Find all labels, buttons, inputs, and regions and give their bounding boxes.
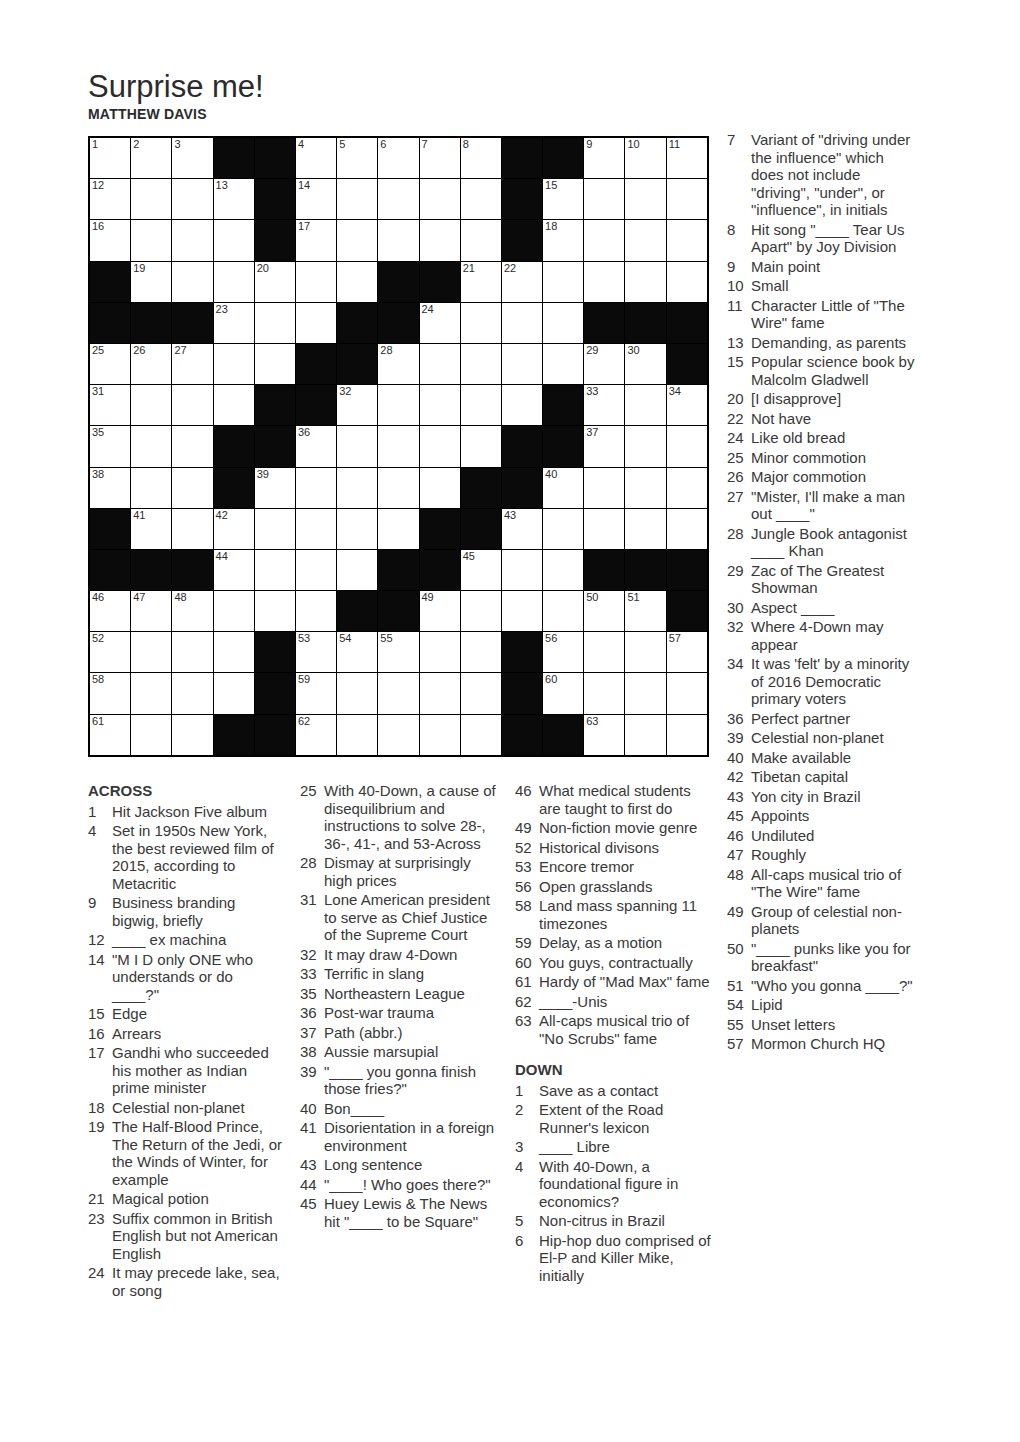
grid-cell[interactable]: [667, 220, 707, 260]
clue: 63All-caps musical trio of "No Scrubs" f…: [515, 1012, 711, 1047]
grid-cell[interactable]: [214, 385, 254, 425]
across-clues-part-3: 46What medical students are taught to fi…: [515, 782, 711, 1047]
clue-number: 14: [88, 951, 112, 1004]
grid-cell[interactable]: [337, 262, 377, 302]
grid-cell[interactable]: 33: [584, 385, 624, 425]
clue-text: What medical students are taught to firs…: [539, 782, 711, 817]
grid-cell[interactable]: [337, 509, 377, 549]
grid-cell[interactable]: 47: [131, 591, 171, 631]
grid-cell[interactable]: [584, 262, 624, 302]
grid-cell[interactable]: [420, 385, 460, 425]
grid-cell[interactable]: 3: [172, 138, 212, 178]
clue: 26Major commotion: [727, 468, 920, 486]
grid-cell[interactable]: [296, 550, 336, 590]
grid-cell[interactable]: 35: [90, 426, 130, 466]
grid-cell[interactable]: [131, 715, 171, 755]
grid-cell[interactable]: 16: [90, 220, 130, 260]
grid-cell[interactable]: [378, 509, 418, 549]
clue-text: Hardy of "Mad Max" fame: [539, 973, 711, 991]
grid-cell[interactable]: [461, 344, 501, 384]
clue-text: Aspect ____: [751, 599, 920, 617]
grid-cell[interactable]: [131, 179, 171, 219]
grid-cell[interactable]: [667, 715, 707, 755]
grid-cell-black: [667, 550, 707, 590]
grid-cell[interactable]: [502, 385, 542, 425]
grid-cell-black: [255, 632, 295, 672]
cell-number: 8: [463, 138, 469, 151]
grid-cell[interactable]: 43: [502, 509, 542, 549]
clue-text: Unset letters: [751, 1016, 920, 1034]
grid-cell[interactable]: 63: [584, 715, 624, 755]
grid-cell[interactable]: [337, 468, 377, 508]
grid-cell[interactable]: 49: [420, 591, 460, 631]
grid-cell[interactable]: 13: [214, 179, 254, 219]
clue: 46Undiluted: [727, 827, 920, 845]
grid-cell[interactable]: 20: [255, 262, 295, 302]
cell-number: 43: [504, 509, 516, 522]
clue-number: 45: [727, 807, 751, 825]
grid-cell[interactable]: [337, 426, 377, 466]
grid-cell[interactable]: [461, 179, 501, 219]
grid-cell[interactable]: [255, 550, 295, 590]
grid-cell[interactable]: 19: [131, 262, 171, 302]
grid-cell[interactable]: [420, 468, 460, 508]
grid-cell[interactable]: [543, 550, 583, 590]
grid-cell[interactable]: [255, 303, 295, 343]
grid-cell[interactable]: [461, 220, 501, 260]
grid-cell[interactable]: [255, 344, 295, 384]
grid-cell[interactable]: 25: [90, 344, 130, 384]
clue-text: Popular science book by Malcolm Gladwell: [751, 353, 920, 388]
grid-cell[interactable]: [172, 715, 212, 755]
grid-cell[interactable]: [584, 468, 624, 508]
clue-text: Perfect partner: [751, 710, 920, 728]
cell-number: 36: [298, 426, 310, 439]
grid-cell[interactable]: [461, 632, 501, 672]
clue-text: Non-fiction movie genre: [539, 819, 711, 837]
grid-cell[interactable]: [667, 426, 707, 466]
grid-cell[interactable]: 11: [667, 138, 707, 178]
grid-cell[interactable]: 34: [667, 385, 707, 425]
grid-cell[interactable]: 54: [337, 632, 377, 672]
clue: 57Mormon Church HQ: [727, 1035, 920, 1053]
grid-cell[interactable]: 29: [584, 344, 624, 384]
clue: 10Small: [727, 277, 920, 295]
grid-cell-black: [172, 303, 212, 343]
puzzle-title: Surprise me!: [88, 70, 264, 104]
grid-cell[interactable]: 14: [296, 179, 336, 219]
grid-cell[interactable]: [337, 220, 377, 260]
clue: 32It may draw 4-Down: [300, 946, 499, 964]
cell-number: 37: [586, 426, 598, 439]
grid-cell[interactable]: [667, 262, 707, 302]
clue-text: Encore tremor: [539, 858, 711, 876]
grid-cell[interactable]: 12: [90, 179, 130, 219]
clue-number: 33: [300, 965, 324, 983]
clue: 44"____! Who goes there?": [300, 1176, 499, 1194]
clue: 14"M I D only ONE who understands or do …: [88, 951, 284, 1004]
clue-number: 7: [727, 131, 751, 219]
grid-cell[interactable]: 5: [337, 138, 377, 178]
clue: 50"____ punks like you for breakfast": [727, 940, 920, 975]
clue: 20[I disapprove]: [727, 390, 920, 408]
clue-number: 58: [515, 897, 539, 932]
grid-cell[interactable]: [420, 220, 460, 260]
grid-cell[interactable]: 42: [214, 509, 254, 549]
clue: 49Non-fiction movie genre: [515, 819, 711, 837]
clue: 17Gandhi who succeeded his mother as Ind…: [88, 1044, 284, 1097]
clue-text: Demanding, as parents: [751, 334, 920, 352]
grid-cell[interactable]: 46: [90, 591, 130, 631]
grid-cell[interactable]: 1: [90, 138, 130, 178]
clue-number: 35: [300, 985, 324, 1003]
grid-cell[interactable]: 41: [131, 509, 171, 549]
grid-cell[interactable]: [461, 303, 501, 343]
clue-text: Business branding bigwig, briefly: [112, 894, 284, 929]
grid-cell[interactable]: 31: [90, 385, 130, 425]
grid-cell[interactable]: 38: [90, 468, 130, 508]
clue-column-3: 46What medical students are taught to fi…: [515, 782, 711, 1286]
grid-cell[interactable]: 27: [172, 344, 212, 384]
grid-cell[interactable]: [378, 426, 418, 466]
grid-cell[interactable]: [337, 673, 377, 713]
grid-cell[interactable]: 58: [90, 673, 130, 713]
grid-cell[interactable]: [543, 303, 583, 343]
cell-number: 60: [545, 673, 557, 686]
grid-cell[interactable]: [255, 591, 295, 631]
grid-cell[interactable]: [625, 715, 665, 755]
grid-cell[interactable]: [420, 344, 460, 384]
clue-number: 43: [300, 1156, 324, 1174]
clue-text: Yon city in Brazil: [751, 788, 920, 806]
grid-cell[interactable]: [378, 220, 418, 260]
grid-cell[interactable]: 2: [131, 138, 171, 178]
grid-cell[interactable]: 32: [337, 385, 377, 425]
clue-number: 24: [88, 1264, 112, 1299]
grid-cell[interactable]: 36: [296, 426, 336, 466]
clue-text: All-caps musical trio of "The Wire" fame: [751, 866, 920, 901]
grid-cell[interactable]: 40: [543, 468, 583, 508]
clue: 36Perfect partner: [727, 710, 920, 728]
clue-number: 18: [88, 1099, 112, 1117]
grid-cell[interactable]: [543, 591, 583, 631]
grid-cell[interactable]: [461, 673, 501, 713]
grid-cell[interactable]: [131, 673, 171, 713]
across-header: ACROSS: [88, 782, 284, 800]
grid-cell[interactable]: 18: [543, 220, 583, 260]
grid-cell[interactable]: [420, 673, 460, 713]
clue-number: 52: [515, 839, 539, 857]
grid-cell[interactable]: [420, 715, 460, 755]
clue-text: "____ you gonna finish those fries?": [324, 1063, 499, 1098]
grid-cell[interactable]: [420, 426, 460, 466]
grid-cell-black: [214, 715, 254, 755]
grid-cell[interactable]: 61: [90, 715, 130, 755]
clue: 6Hip-hop duo comprised of El-P and Kille…: [515, 1232, 711, 1285]
grid-cell[interactable]: 4: [296, 138, 336, 178]
grid-cell[interactable]: [502, 344, 542, 384]
grid-cell[interactable]: [172, 385, 212, 425]
clue-number: 22: [727, 410, 751, 428]
grid-cell-black: [90, 303, 130, 343]
grid-cell[interactable]: [461, 426, 501, 466]
grid-cell[interactable]: [625, 262, 665, 302]
grid-cell[interactable]: [625, 632, 665, 672]
grid-cell[interactable]: [667, 468, 707, 508]
grid-cell-black: [296, 344, 336, 384]
grid-cell[interactable]: [584, 673, 624, 713]
grid-cell[interactable]: [172, 468, 212, 508]
grid-cell[interactable]: [625, 179, 665, 219]
cell-number: 44: [216, 550, 228, 563]
clue-number: 42: [727, 768, 751, 786]
grid-cell-black: [543, 715, 583, 755]
clue-number: 30: [727, 599, 751, 617]
across-clues-part-2: 25With 40-Down, a cause of disequilibriu…: [300, 782, 499, 1230]
clue-text: ____-Unis: [539, 993, 711, 1011]
grid-cell[interactable]: 10: [625, 138, 665, 178]
clue: 35Northeastern League: [300, 985, 499, 1003]
grid-cell[interactable]: [214, 591, 254, 631]
grid-cell-black: [543, 385, 583, 425]
grid-cell[interactable]: [461, 385, 501, 425]
grid-cell[interactable]: [625, 426, 665, 466]
grid-cell[interactable]: 22: [502, 262, 542, 302]
grid-cell[interactable]: [378, 468, 418, 508]
grid-cell[interactable]: [378, 715, 418, 755]
grid-cell-black: [420, 550, 460, 590]
grid-cell-black: [543, 426, 583, 466]
grid-cell-black: [378, 303, 418, 343]
grid-cell[interactable]: [172, 632, 212, 672]
clue-number: 27: [727, 488, 751, 523]
grid-cell[interactable]: [214, 262, 254, 302]
grid-cell[interactable]: 17: [296, 220, 336, 260]
cell-number: 28: [380, 344, 392, 357]
crossword-grid: 1234567891011121314151617181920212223242…: [88, 136, 709, 757]
grid-cell[interactable]: [625, 509, 665, 549]
grid-cell-black: [214, 468, 254, 508]
clue-number: 37: [300, 1024, 324, 1042]
grid-cell[interactable]: [378, 385, 418, 425]
grid-cell[interactable]: [214, 632, 254, 672]
clue: 11Character Little of "The Wire" fame: [727, 297, 920, 332]
grid-cell[interactable]: 55: [378, 632, 418, 672]
grid-cell[interactable]: [625, 385, 665, 425]
grid-cell[interactable]: 57: [667, 632, 707, 672]
cell-number: 38: [92, 468, 104, 481]
clue-text: You guys, contractually: [539, 954, 711, 972]
grid-cell[interactable]: 37: [584, 426, 624, 466]
grid-cell[interactable]: 9: [584, 138, 624, 178]
grid-cell[interactable]: 51: [625, 591, 665, 631]
grid-cell[interactable]: [131, 220, 171, 260]
grid-cell[interactable]: [296, 509, 336, 549]
grid-cell[interactable]: [667, 179, 707, 219]
grid-cell[interactable]: [584, 509, 624, 549]
clue-number: 47: [727, 846, 751, 864]
clue-number: 4: [88, 822, 112, 892]
grid-cell[interactable]: [502, 550, 542, 590]
grid-cell[interactable]: [131, 385, 171, 425]
grid-cell-black: [502, 138, 542, 178]
cell-number: 47: [133, 591, 145, 604]
grid-cell[interactable]: 7: [420, 138, 460, 178]
grid-cell[interactable]: [214, 220, 254, 260]
cell-number: 15: [545, 179, 557, 192]
grid-cell[interactable]: [172, 673, 212, 713]
clue-number: 46: [515, 782, 539, 817]
grid-cell[interactable]: 59: [296, 673, 336, 713]
grid-cell[interactable]: [172, 262, 212, 302]
grid-cell[interactable]: 39: [255, 468, 295, 508]
clue: 49Group of celestial non-planets: [727, 903, 920, 938]
grid-cell[interactable]: 24: [420, 303, 460, 343]
grid-cell[interactable]: [461, 715, 501, 755]
grid-cell[interactable]: [255, 509, 295, 549]
clue-text: Open grasslands: [539, 878, 711, 896]
grid-cell[interactable]: [378, 673, 418, 713]
grid-cell[interactable]: [172, 220, 212, 260]
grid-cell-black: [255, 220, 295, 260]
grid-cell[interactable]: [502, 303, 542, 343]
clue-text: Main point: [751, 258, 920, 276]
grid-cell[interactable]: [543, 262, 583, 302]
cell-number: 59: [298, 673, 310, 686]
crossword-page: Surprise me! MATTHEW DAVIS 1234567891011…: [0, 0, 1020, 1442]
cell-number: 17: [298, 220, 310, 233]
clue: 39"____ you gonna finish those fries?": [300, 1063, 499, 1098]
clue: 22Not have: [727, 410, 920, 428]
grid-cell[interactable]: [543, 509, 583, 549]
clue: 12____ ex machina: [88, 931, 284, 949]
grid-cell[interactable]: 50: [584, 591, 624, 631]
grid-cell[interactable]: 30: [625, 344, 665, 384]
clue-text: Not have: [751, 410, 920, 428]
grid-cell[interactable]: 21: [461, 262, 501, 302]
grid-cell[interactable]: 45: [461, 550, 501, 590]
clue-text: It was 'felt' by a minority of 2016 Demo…: [751, 655, 920, 708]
grid-cell[interactable]: [337, 179, 377, 219]
clue: 2Extent of the Road Runner's lexicon: [515, 1101, 711, 1136]
grid-cell-black: [90, 262, 130, 302]
grid-cell[interactable]: [337, 715, 377, 755]
grid-cell-black: [502, 715, 542, 755]
grid-cell[interactable]: 26: [131, 344, 171, 384]
grid-cell[interactable]: 44: [214, 550, 254, 590]
cell-number: 46: [92, 591, 104, 604]
grid-cell[interactable]: [543, 344, 583, 384]
clue: 9Main point: [727, 258, 920, 276]
grid-cell[interactable]: [172, 179, 212, 219]
clue-number: 51: [727, 977, 751, 995]
puzzle-author: MATTHEW DAVIS: [88, 106, 207, 122]
grid-cell[interactable]: [172, 426, 212, 466]
grid-cell[interactable]: 28: [378, 344, 418, 384]
clue: 25Minor commotion: [727, 449, 920, 467]
clue-text: Small: [751, 277, 920, 295]
clue-number: 44: [300, 1176, 324, 1194]
clue-text: Celestial non-planet: [751, 729, 920, 747]
down-clues-continued: 7Variant of "driving under the influence…: [727, 131, 920, 1055]
grid-cell[interactable]: [625, 673, 665, 713]
clue: 27"Mister, I'll make a man out ____": [727, 488, 920, 523]
clue-number: 38: [300, 1043, 324, 1061]
clue: 43Long sentence: [300, 1156, 499, 1174]
grid-cell[interactable]: [502, 591, 542, 631]
clue-number: 15: [727, 353, 751, 388]
grid-cell[interactable]: 6: [378, 138, 418, 178]
grid-cell[interactable]: [584, 220, 624, 260]
grid-cell-black: [90, 509, 130, 549]
grid-cell[interactable]: 23: [214, 303, 254, 343]
clue-text: "Who you gonna ____?": [751, 977, 920, 995]
clue: 51"Who you gonna ____?": [727, 977, 920, 995]
clue: 29Zac of The Greatest Showman: [727, 562, 920, 597]
grid-cell-black: [461, 509, 501, 549]
grid-cell[interactable]: [214, 673, 254, 713]
grid-cell[interactable]: [131, 632, 171, 672]
grid-cell[interactable]: 48: [172, 591, 212, 631]
grid-cell-black: [625, 303, 665, 343]
grid-cell[interactable]: [667, 509, 707, 549]
grid-cell[interactable]: [378, 179, 418, 219]
grid-cell[interactable]: [625, 220, 665, 260]
clue-number: 29: [727, 562, 751, 597]
grid-cell[interactable]: [296, 262, 336, 302]
grid-cell[interactable]: [420, 179, 460, 219]
clue-text: Celestial non-planet: [112, 1099, 284, 1117]
grid-cell[interactable]: [296, 591, 336, 631]
grid-cell[interactable]: [420, 632, 460, 672]
grid-cell-black: [172, 550, 212, 590]
grid-cell[interactable]: [214, 344, 254, 384]
grid-cell[interactable]: [584, 632, 624, 672]
clue: 31Lone American president to serve as Ch…: [300, 891, 499, 944]
grid-cell[interactable]: [131, 468, 171, 508]
clue-number: 10: [727, 277, 751, 295]
grid-cell[interactable]: 8: [461, 138, 501, 178]
clue: 54Lipid: [727, 996, 920, 1014]
grid-cell[interactable]: [296, 468, 336, 508]
cell-number: 3: [174, 138, 180, 151]
clue: 23Suffix common in British English but n…: [88, 1210, 284, 1263]
grid-cell-black: [131, 550, 171, 590]
grid-cell[interactable]: [172, 509, 212, 549]
cell-number: 20: [257, 262, 269, 275]
grid-cell[interactable]: 60: [543, 673, 583, 713]
grid-cell-black: [667, 591, 707, 631]
clue: 13Demanding, as parents: [727, 334, 920, 352]
grid-cell[interactable]: [667, 673, 707, 713]
grid-cell[interactable]: 15: [543, 179, 583, 219]
grid-cell[interactable]: [625, 468, 665, 508]
grid-cell[interactable]: 56: [543, 632, 583, 672]
grid-cell[interactable]: 52: [90, 632, 130, 672]
grid-cell[interactable]: [584, 179, 624, 219]
clue: 24Like old bread: [727, 429, 920, 447]
grid-cell-black: [214, 138, 254, 178]
grid-cell[interactable]: [461, 591, 501, 631]
grid-cell[interactable]: [296, 303, 336, 343]
grid-cell[interactable]: 62: [296, 715, 336, 755]
cell-number: 54: [339, 632, 351, 645]
grid-cell[interactable]: [131, 426, 171, 466]
grid-cell[interactable]: [337, 550, 377, 590]
grid-cell[interactable]: 53: [296, 632, 336, 672]
cell-number: 13: [216, 179, 228, 192]
clue-number: 15: [88, 1005, 112, 1023]
